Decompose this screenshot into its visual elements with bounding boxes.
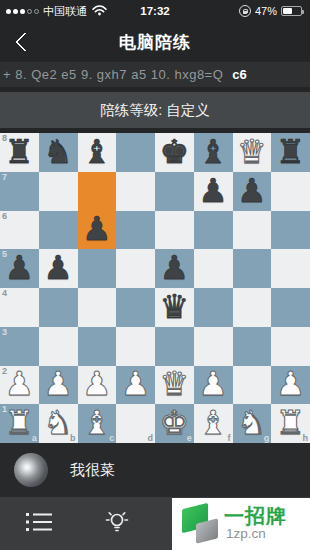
square-f8[interactable]: ♝ bbox=[194, 133, 233, 172]
square-c2[interactable]: ♟ bbox=[78, 366, 117, 405]
watermark-logo-icon bbox=[180, 503, 224, 545]
piece-white-pawn: ♟ bbox=[82, 367, 112, 400]
piece-white-pawn: ♟ bbox=[5, 367, 35, 400]
square-c1[interactable]: c♝ bbox=[78, 404, 117, 443]
square-a7[interactable]: 7 bbox=[0, 172, 39, 211]
square-e4[interactable]: ♛ bbox=[155, 288, 194, 327]
piece-black-rook: ♜ bbox=[5, 135, 35, 168]
square-a1[interactable]: 1a♜ bbox=[0, 404, 39, 443]
square-b3[interactable] bbox=[39, 327, 78, 366]
square-g3[interactable] bbox=[233, 327, 272, 366]
piece-black-queen: ♛ bbox=[160, 290, 190, 323]
piece-black-pawn: ♟ bbox=[198, 174, 228, 207]
piece-black-knight: ♞ bbox=[43, 135, 73, 168]
square-e3[interactable] bbox=[155, 327, 194, 366]
square-a5[interactable]: 5♟ bbox=[0, 249, 39, 288]
square-g1[interactable]: g♞ bbox=[233, 404, 272, 443]
square-b1[interactable]: b♞ bbox=[39, 404, 78, 443]
square-b6[interactable] bbox=[39, 211, 78, 250]
square-d2[interactable]: ♟ bbox=[116, 366, 155, 405]
square-e5[interactable]: ♟ bbox=[155, 249, 194, 288]
square-a3[interactable]: 3 bbox=[0, 327, 39, 366]
piece-white-queen: ♛ bbox=[237, 135, 267, 168]
square-e6[interactable] bbox=[155, 211, 194, 250]
square-f3[interactable] bbox=[194, 327, 233, 366]
square-d7[interactable] bbox=[116, 172, 155, 211]
wifi-icon bbox=[92, 5, 107, 18]
square-g8[interactable]: ♛ bbox=[233, 133, 272, 172]
square-d8[interactable] bbox=[116, 133, 155, 172]
rank-label-4: 4 bbox=[2, 288, 7, 298]
back-button[interactable] bbox=[10, 31, 36, 55]
move-list-icon bbox=[25, 511, 53, 537]
square-c3[interactable] bbox=[78, 327, 117, 366]
piece-white-pawn: ♟ bbox=[276, 367, 306, 400]
square-g2[interactable] bbox=[233, 366, 272, 405]
status-bar: 中国联通 17:32 47% bbox=[0, 0, 310, 22]
square-b7[interactable] bbox=[39, 172, 78, 211]
square-f2[interactable]: ♟ bbox=[194, 366, 233, 405]
signal-strength-icon bbox=[6, 9, 39, 14]
square-a8[interactable]: 8♜ bbox=[0, 133, 39, 172]
piece-black-pawn: ♟ bbox=[5, 251, 35, 284]
piece-white-knight: ♞ bbox=[237, 406, 267, 439]
square-e7[interactable] bbox=[155, 172, 194, 211]
piece-black-pawn: ♟ bbox=[43, 251, 73, 284]
page-title: 电脑陪练 bbox=[119, 31, 191, 54]
move-list-bar[interactable]: + 8. Qe2 e5 9. gxh7 a5 10. hxg8=Q c6 bbox=[0, 62, 310, 87]
piece-black-bishop: ♝ bbox=[198, 135, 228, 168]
square-c7[interactable] bbox=[78, 172, 117, 211]
app-window: 中国联通 17:32 47% 电脑陪练 + 8. Qe2 e5 9. gxh7 … bbox=[0, 0, 310, 550]
piece-white-rook: ♜ bbox=[276, 406, 306, 439]
square-b2[interactable]: ♟ bbox=[39, 366, 78, 405]
square-f1[interactable]: f♝ bbox=[194, 404, 233, 443]
piece-white-bishop: ♝ bbox=[198, 406, 228, 439]
square-a6[interactable]: 6 bbox=[0, 211, 39, 250]
square-h6[interactable] bbox=[271, 211, 310, 250]
file-label-d: d bbox=[148, 433, 154, 443]
square-e8[interactable]: ♚ bbox=[155, 133, 194, 172]
square-d3[interactable] bbox=[116, 327, 155, 366]
square-e1[interactable]: e♚ bbox=[155, 404, 194, 443]
battery-percent-label: 47% bbox=[255, 5, 277, 17]
battery-icon bbox=[281, 6, 302, 16]
piece-black-pawn: ♟ bbox=[82, 212, 112, 245]
square-f6[interactable] bbox=[194, 211, 233, 250]
rank-label-3: 3 bbox=[2, 327, 7, 337]
watermark-url: 1zp.cn bbox=[226, 527, 287, 541]
watermark: 一招牌 1zp.cn bbox=[172, 498, 310, 550]
piece-white-queen: ♛ bbox=[160, 367, 190, 400]
square-h8[interactable]: ♜ bbox=[271, 133, 310, 172]
chess-board[interactable]: 8♜♞♝♚♝♛♜7♟♟6♟5♟♟♟4♛32♟♟♟♟♛♟♟1a♜b♞c♝de♚f♝… bbox=[0, 133, 310, 443]
past-moves: + 8. Qe2 e5 9. gxh7 a5 10. hxg8=Q bbox=[3, 67, 223, 82]
hint-lightbulb-icon bbox=[104, 509, 130, 539]
square-h3[interactable] bbox=[271, 327, 310, 366]
rank-label-7: 7 bbox=[2, 172, 7, 182]
square-d6[interactable] bbox=[116, 211, 155, 250]
piece-black-pawn: ♟ bbox=[237, 174, 267, 207]
square-h2[interactable]: ♟ bbox=[271, 366, 310, 405]
piece-black-bishop: ♝ bbox=[82, 135, 112, 168]
square-h1[interactable]: h♜ bbox=[271, 404, 310, 443]
square-g7[interactable]: ♟ bbox=[233, 172, 272, 211]
square-h4[interactable] bbox=[271, 288, 310, 327]
square-f5[interactable] bbox=[194, 249, 233, 288]
move-list-button[interactable] bbox=[0, 511, 78, 537]
current-move: c6 bbox=[232, 67, 246, 82]
engine-level-label: 陪练等级: 自定义 bbox=[100, 101, 210, 120]
square-b5[interactable]: ♟ bbox=[39, 249, 78, 288]
piece-white-rook: ♜ bbox=[5, 406, 35, 439]
rank-label-6: 6 bbox=[2, 211, 7, 221]
piece-white-knight: ♞ bbox=[43, 406, 73, 439]
orientation-lock-icon bbox=[239, 5, 251, 17]
hint-button[interactable] bbox=[78, 509, 156, 539]
player-avatar[interactable] bbox=[14, 453, 48, 487]
square-h5[interactable] bbox=[271, 249, 310, 288]
nav-bar: 电脑陪练 bbox=[0, 22, 310, 62]
square-b4[interactable] bbox=[39, 288, 78, 327]
carrier-label: 中国联通 bbox=[43, 4, 87, 19]
square-g4[interactable] bbox=[233, 288, 272, 327]
player-bar: 我很菜 bbox=[0, 443, 310, 497]
clock: 17:32 bbox=[140, 5, 169, 17]
square-e2[interactable]: ♛ bbox=[155, 366, 194, 405]
square-a4[interactable]: 4 bbox=[0, 288, 39, 327]
square-f4[interactable] bbox=[194, 288, 233, 327]
piece-white-king: ♚ bbox=[160, 406, 190, 439]
square-d5[interactable] bbox=[116, 249, 155, 288]
piece-black-pawn: ♟ bbox=[160, 251, 190, 284]
square-d4[interactable] bbox=[116, 288, 155, 327]
piece-white-pawn: ♟ bbox=[43, 367, 73, 400]
piece-white-pawn: ♟ bbox=[198, 367, 228, 400]
square-g5[interactable] bbox=[233, 249, 272, 288]
piece-black-rook: ♜ bbox=[276, 135, 306, 168]
square-a2[interactable]: 2♟ bbox=[0, 366, 39, 405]
square-c4[interactable] bbox=[78, 288, 117, 327]
square-h7[interactable] bbox=[271, 172, 310, 211]
square-b8[interactable]: ♞ bbox=[39, 133, 78, 172]
piece-black-king: ♚ bbox=[160, 135, 190, 168]
square-c5[interactable] bbox=[78, 249, 117, 288]
square-c6[interactable]: ♟ bbox=[78, 211, 117, 250]
piece-white-pawn: ♟ bbox=[121, 367, 151, 400]
file-label-f: f bbox=[228, 433, 231, 443]
player-name: 我很菜 bbox=[70, 461, 115, 480]
square-f7[interactable]: ♟ bbox=[194, 172, 233, 211]
square-c8[interactable]: ♝ bbox=[78, 133, 117, 172]
engine-level-bar[interactable]: 陪练等级: 自定义 bbox=[0, 92, 310, 128]
square-g6[interactable] bbox=[233, 211, 272, 250]
watermark-brand: 一招牌 bbox=[224, 506, 287, 527]
square-d1[interactable]: d bbox=[116, 404, 155, 443]
piece-white-bishop: ♝ bbox=[82, 406, 112, 439]
